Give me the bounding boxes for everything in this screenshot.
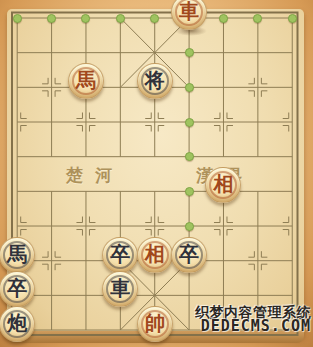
move-hint-dot[interactable] bbox=[150, 14, 159, 23]
move-hint-dot[interactable] bbox=[116, 14, 125, 23]
piece-black-soldier[interactable]: 卒 bbox=[171, 237, 207, 273]
move-hint-dot[interactable] bbox=[185, 222, 194, 231]
piece-black-soldier[interactable]: 卒 bbox=[102, 237, 138, 273]
move-hint-dot[interactable] bbox=[81, 14, 90, 23]
piece-character: 将 bbox=[145, 70, 165, 90]
xiangqi-game-screen: 楚河 漢界 車馬将相馬卒相卒卒車炮帥 织梦内容管理系统 DEDECMS.COM bbox=[0, 0, 313, 347]
piece-black-general[interactable]: 将 bbox=[137, 63, 173, 99]
piece-character: 炮 bbox=[7, 313, 27, 333]
move-hint-dot[interactable] bbox=[288, 14, 297, 23]
piece-character: 相 bbox=[145, 244, 165, 264]
piece-character: 車 bbox=[110, 278, 130, 298]
piece-character: 馬 bbox=[7, 244, 27, 264]
move-hint-dot[interactable] bbox=[253, 14, 262, 23]
move-hint-dot[interactable] bbox=[185, 83, 194, 92]
piece-black-horse[interactable]: 馬 bbox=[0, 237, 35, 273]
piece-character: 車 bbox=[179, 1, 199, 21]
move-hint-dot[interactable] bbox=[185, 118, 194, 127]
watermark: 织梦内容管理系统 DEDECMS.COM bbox=[195, 305, 311, 335]
piece-character: 馬 bbox=[76, 70, 96, 90]
piece-character: 相 bbox=[213, 174, 233, 194]
piece-character: 帥 bbox=[145, 313, 165, 333]
move-hint-dot[interactable] bbox=[13, 14, 22, 23]
board-grid-lines bbox=[0, 0, 313, 347]
move-hint-dot[interactable] bbox=[47, 14, 56, 23]
move-hint-dot[interactable] bbox=[185, 48, 194, 57]
piece-red-elephant[interactable]: 相 bbox=[137, 237, 173, 273]
piece-red-general[interactable]: 帥 bbox=[137, 306, 173, 342]
move-hint-dot[interactable] bbox=[185, 187, 194, 196]
piece-character: 卒 bbox=[7, 278, 27, 298]
move-hint-dot[interactable] bbox=[185, 152, 194, 161]
watermark-dedecms-text: DEDECMS.COM bbox=[195, 319, 311, 335]
move-hint-dot[interactable] bbox=[219, 14, 228, 23]
piece-character: 卒 bbox=[110, 244, 130, 264]
piece-character: 卒 bbox=[179, 244, 199, 264]
